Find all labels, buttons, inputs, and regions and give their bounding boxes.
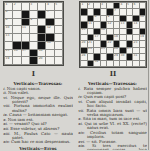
white-cell: 19 xyxy=(5,57,12,64)
black-cell xyxy=(127,22,133,27)
white-cell: 6 xyxy=(5,11,12,18)
clue-number: 19 xyxy=(140,35,144,38)
black-cell xyxy=(22,11,29,18)
white-cell xyxy=(5,42,12,49)
black-cell xyxy=(88,16,94,21)
white-cell xyxy=(120,61,126,66)
black-cell xyxy=(127,54,133,59)
white-cell xyxy=(140,22,146,27)
clue-roman-numeral: xi. xyxy=(78,121,84,126)
white-cell xyxy=(81,35,87,40)
white-cell xyxy=(101,16,107,21)
white-cell xyxy=(114,29,120,34)
clue-list-left: i. Non capti vanos.ii. Non valet.vi. Neq… xyxy=(3,87,73,145)
white-cell: 9 xyxy=(107,16,113,21)
white-cell xyxy=(94,22,100,27)
clue-number: 8 xyxy=(95,16,97,19)
white-cell xyxy=(46,50,53,57)
white-cell xyxy=(133,61,139,66)
clue-number: 3 xyxy=(30,3,32,6)
black-cell xyxy=(38,26,45,33)
white-cell xyxy=(127,61,133,66)
clue-roman-numeral: xiii. xyxy=(3,131,14,136)
clue-number: 14 xyxy=(134,22,138,25)
page-edge-line xyxy=(148,0,149,150)
clue-number: 12 xyxy=(108,22,112,25)
white-cell: 11 xyxy=(88,22,94,27)
white-cell: 22 xyxy=(107,41,113,46)
white-cell xyxy=(107,3,113,8)
clue-number: 20 xyxy=(39,57,43,60)
clue-number: 26 xyxy=(114,48,118,51)
white-cell: 7 xyxy=(114,9,120,14)
white-cell: 2 xyxy=(13,3,20,10)
white-cell: 18 xyxy=(38,50,45,57)
clue-number: 1 xyxy=(82,3,84,6)
clue-roman-numeral: vii. xyxy=(78,108,87,113)
clue-number: 25 xyxy=(101,48,105,51)
clue-number: 8 xyxy=(6,19,8,22)
clue-number: 16 xyxy=(101,29,105,32)
white-cell xyxy=(107,61,113,66)
clue-number: 32 xyxy=(95,61,99,64)
black-cell xyxy=(22,42,29,49)
white-cell xyxy=(107,48,113,53)
white-cell: 3 xyxy=(30,3,37,10)
crossword-grid-1: 1234567891011121314151617181920 xyxy=(3,1,64,66)
white-cell: 4 xyxy=(120,3,126,8)
white-cell: 4 xyxy=(46,3,53,10)
white-cell: 27 xyxy=(127,48,133,53)
white-cell: 23 xyxy=(133,41,139,46)
clue-number: 31 xyxy=(134,54,138,57)
white-cell: 13 xyxy=(5,34,12,41)
white-cell xyxy=(120,9,126,14)
clue-number: 17 xyxy=(22,50,26,53)
white-cell xyxy=(55,57,62,64)
black-cell xyxy=(88,35,94,40)
white-cell: 2 xyxy=(88,3,94,8)
white-cell xyxy=(140,3,146,8)
clue-list-right: i. Rata semper pulchra habent copiam.iv.… xyxy=(78,87,147,151)
white-cell xyxy=(140,54,146,59)
black-cell xyxy=(81,48,87,53)
black-cell xyxy=(120,48,126,53)
white-cell xyxy=(120,35,126,40)
clue-number: 16 xyxy=(14,50,18,53)
clue-number: 4 xyxy=(47,3,49,6)
white-cell: 14 xyxy=(133,22,139,27)
white-cell: 6 xyxy=(133,3,139,8)
white-cell xyxy=(81,16,87,21)
clue-number: 30 xyxy=(121,54,125,57)
clue-number: 2 xyxy=(88,3,90,6)
clue-number: 6 xyxy=(6,11,8,14)
white-cell xyxy=(133,48,139,53)
clue-number: 3 xyxy=(101,3,103,6)
white-cell xyxy=(55,11,62,18)
white-cell xyxy=(55,34,62,41)
white-cell: 12 xyxy=(46,26,53,33)
clue-roman-numeral: xix. xyxy=(78,143,92,148)
puzzle-2-label: II xyxy=(79,70,147,78)
white-cell xyxy=(101,35,107,40)
clue-line: xiv. Cum hac re non desperamus. xyxy=(3,140,73,144)
white-cell: 10 xyxy=(140,16,146,21)
white-cell xyxy=(46,57,53,64)
black-cell xyxy=(94,9,100,14)
white-cell xyxy=(81,61,87,66)
white-cell: 21 xyxy=(88,41,94,46)
clue-number: 15 xyxy=(82,29,86,32)
clue-roman-numeral: xiv. xyxy=(3,139,11,144)
white-cell: 19 xyxy=(140,35,146,40)
clue-roman-numeral: i. xyxy=(78,86,84,91)
white-cell xyxy=(114,22,120,27)
clue-number: 2 xyxy=(14,3,16,6)
black-cell xyxy=(107,54,113,59)
black-cell xyxy=(22,19,29,26)
white-cell xyxy=(120,41,126,46)
white-cell: 30 xyxy=(120,54,126,59)
white-cell xyxy=(94,48,100,53)
white-cell xyxy=(55,50,62,57)
white-cell: 20 xyxy=(38,57,45,64)
white-cell xyxy=(101,54,107,59)
black-cell xyxy=(127,41,133,46)
black-cell xyxy=(140,29,146,34)
clue-number: 24 xyxy=(88,48,92,51)
white-cell xyxy=(55,42,62,49)
white-cell xyxy=(140,41,146,46)
white-cell: 31 xyxy=(133,54,139,59)
white-cell: 28 xyxy=(81,54,87,59)
black-cell xyxy=(30,57,37,64)
clue-number: 19 xyxy=(6,57,10,60)
clue-number: 10 xyxy=(140,16,144,19)
puzzle-1-label: I xyxy=(3,70,64,78)
black-cell xyxy=(38,34,45,41)
clue-number: 20 xyxy=(82,41,86,44)
white-cell xyxy=(13,26,20,33)
white-cell xyxy=(107,29,113,34)
white-cell xyxy=(120,29,126,34)
black-cell xyxy=(38,11,45,18)
clue-number: 11 xyxy=(22,26,26,29)
white-cell: 13 xyxy=(120,22,126,27)
white-cell: 1 xyxy=(81,3,87,8)
black-cell xyxy=(88,61,94,66)
clue-roman-numeral: xiv. xyxy=(78,130,90,135)
clue-number: 13 xyxy=(6,34,10,37)
white-cell xyxy=(55,19,62,26)
white-cell xyxy=(88,54,94,59)
clue-roman-numeral: vi. xyxy=(78,99,86,104)
black-cell xyxy=(94,54,100,59)
black-cell xyxy=(127,29,133,34)
white-cell: 15 xyxy=(81,29,87,34)
white-cell xyxy=(38,3,45,10)
white-cell xyxy=(114,61,120,66)
white-cell xyxy=(140,48,146,53)
white-cell: 5 xyxy=(55,3,62,10)
book-page: 1234567891011121314151617181920 12345678… xyxy=(0,0,150,150)
crossword-grid-2: 1234567891011121314151617181920212223242… xyxy=(79,1,147,68)
white-cell xyxy=(114,16,120,21)
clue-number: 17 xyxy=(95,35,99,38)
white-cell xyxy=(30,34,37,41)
white-cell xyxy=(22,34,29,41)
white-cell xyxy=(13,19,20,26)
clue-line: xix. Si tres exercitus te oppugnant, cop… xyxy=(78,144,147,150)
white-cell: 24 xyxy=(88,48,94,53)
white-cell xyxy=(140,61,146,66)
white-cell xyxy=(101,9,107,14)
clue-roman-numeral: viii. xyxy=(3,103,14,108)
white-cell: 3 xyxy=(101,3,107,8)
black-cell xyxy=(94,29,100,34)
white-cell: 14 xyxy=(46,42,53,49)
white-cell xyxy=(13,11,20,18)
white-cell: 25 xyxy=(101,48,107,53)
black-cell xyxy=(107,9,113,14)
black-cell xyxy=(30,50,37,57)
clue-number: 9 xyxy=(108,16,110,19)
white-cell: 9 xyxy=(30,19,37,26)
clue-number: 27 xyxy=(127,48,131,51)
white-cell xyxy=(133,35,139,40)
clue-number: 23 xyxy=(134,41,138,44)
clue-number: 15 xyxy=(6,50,10,53)
clue-number: 13 xyxy=(121,22,125,25)
white-cell: 18 xyxy=(114,35,120,40)
white-cell: 12 xyxy=(107,22,113,27)
white-cell: 11 xyxy=(22,26,29,33)
clue-number: 18 xyxy=(39,50,43,53)
white-cell xyxy=(133,9,139,14)
white-cell xyxy=(55,26,62,33)
clue-roman-numeral: vi. xyxy=(3,95,11,100)
white-cell xyxy=(133,29,139,34)
white-cell xyxy=(13,57,20,64)
white-cell: 8 xyxy=(5,19,12,26)
white-cell xyxy=(88,29,94,34)
black-cell xyxy=(81,22,87,27)
white-cell xyxy=(13,34,20,41)
clue-number: 7 xyxy=(114,9,116,12)
clue-number: 5 xyxy=(127,3,129,6)
white-cell xyxy=(30,26,37,33)
white-cell: 15 xyxy=(5,50,12,57)
clue-number: 4 xyxy=(121,3,123,6)
black-cell xyxy=(120,16,126,21)
black-cell xyxy=(101,41,107,46)
white-cell: 8 xyxy=(94,16,100,21)
clue-number: 14 xyxy=(47,42,51,45)
clue-number: 9 xyxy=(30,19,32,22)
white-cell xyxy=(127,16,133,21)
white-cell xyxy=(94,41,100,46)
white-cell xyxy=(127,35,133,40)
clues-column-left: Verticais—Travessas: i. Non capti vanos.… xyxy=(3,80,73,150)
white-cell: 32 xyxy=(94,61,100,66)
white-cell xyxy=(30,42,37,49)
white-cell xyxy=(22,57,29,64)
black-cell xyxy=(46,34,53,41)
white-cell xyxy=(88,9,94,14)
white-cell xyxy=(94,3,100,8)
black-cell xyxy=(13,42,20,49)
clues-column-right: Verticais—Travessas: i. Rata semper pulc… xyxy=(78,80,147,150)
white-cell xyxy=(22,3,29,10)
clue-number: 1 xyxy=(6,3,8,6)
clue-number: 22 xyxy=(108,41,112,44)
black-cell xyxy=(114,3,120,8)
black-cell xyxy=(133,16,139,21)
black-cell xyxy=(107,35,113,40)
white-cell: 16 xyxy=(101,29,107,34)
black-cell xyxy=(81,9,87,14)
clue-number: 18 xyxy=(114,35,118,38)
white-cell: 1 xyxy=(5,3,12,10)
white-cell: 10 xyxy=(5,26,12,33)
white-cell xyxy=(127,9,133,14)
clue-number: 7 xyxy=(47,11,49,14)
black-cell xyxy=(114,41,120,46)
clue-number: 11 xyxy=(88,22,92,25)
black-cell xyxy=(38,42,45,49)
clue-number: 5 xyxy=(55,3,57,6)
white-cell: 17 xyxy=(22,50,29,57)
white-cell: 5 xyxy=(127,3,133,8)
white-cell: 26 xyxy=(114,48,120,53)
black-cell xyxy=(101,22,107,27)
white-cell: 29 xyxy=(114,54,120,59)
black-cell xyxy=(140,9,146,14)
clue-number: 12 xyxy=(47,26,51,29)
clue-number: 29 xyxy=(114,54,118,57)
clue-number: 28 xyxy=(82,54,86,57)
white-cell xyxy=(38,19,45,26)
clue-number: 6 xyxy=(134,3,136,6)
white-cell: 16 xyxy=(13,50,20,57)
white-cell xyxy=(30,11,37,18)
white-cell: 17 xyxy=(94,35,100,40)
white-cell: 7 xyxy=(46,11,53,18)
black-cell xyxy=(46,19,53,26)
white-cell: 20 xyxy=(81,41,87,46)
clue-number: 10 xyxy=(6,26,10,29)
white-cell xyxy=(101,61,107,66)
clue-number: 21 xyxy=(88,41,92,44)
